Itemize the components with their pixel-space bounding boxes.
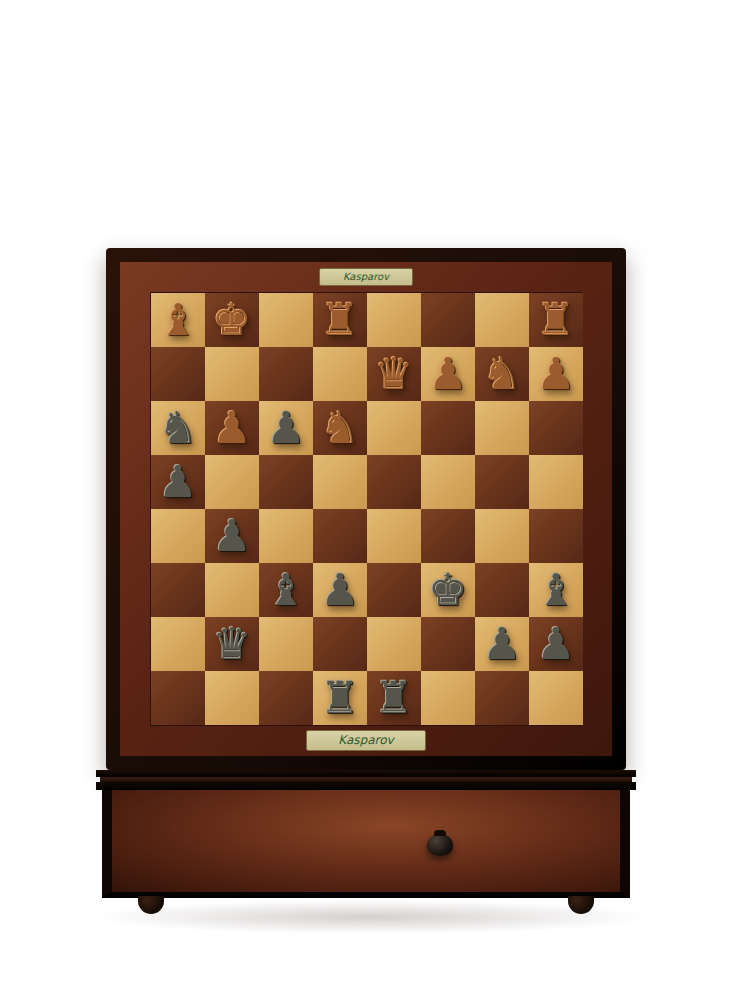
square-f4	[421, 509, 475, 563]
signature-plaque-near: Kasparov	[306, 730, 426, 751]
piece-wR: ♜	[536, 293, 575, 347]
piece-wK: ♚	[212, 293, 251, 347]
square-b5	[205, 455, 259, 509]
piece-bP: ♟	[320, 563, 359, 617]
square-f8	[421, 293, 475, 347]
square-h3: ♝	[529, 563, 583, 617]
square-h7: ♟	[529, 347, 583, 401]
piece-bP: ♟	[482, 617, 521, 671]
piece-bP: ♟	[158, 455, 197, 509]
piece-wN: ♞	[482, 347, 521, 401]
square-g5	[475, 455, 529, 509]
square-f1	[421, 671, 475, 725]
square-a8: ♝	[151, 293, 205, 347]
square-g4	[475, 509, 529, 563]
board-grid: ♝♚♜♜♛♟♞♟♞♟♟♞♟♟♝♟♚♝♛♟♟♜♜	[150, 292, 582, 726]
square-h1	[529, 671, 583, 725]
square-a1	[151, 671, 205, 725]
square-e1: ♜	[367, 671, 421, 725]
square-g6	[475, 401, 529, 455]
square-g3	[475, 563, 529, 617]
bun-foot-left	[138, 896, 164, 914]
square-e5	[367, 455, 421, 509]
piece-wR: ♜	[320, 293, 359, 347]
base-molding	[96, 770, 636, 790]
drawer-knob	[427, 834, 453, 856]
square-d7	[313, 347, 367, 401]
piece-bQ: ♛	[212, 617, 251, 671]
piece-wP: ♟	[536, 347, 575, 401]
storage-drawer	[102, 790, 630, 898]
piece-bP: ♟	[212, 509, 251, 563]
square-d6: ♞	[313, 401, 367, 455]
piece-bR: ♜	[320, 671, 359, 725]
square-g1	[475, 671, 529, 725]
square-c6: ♟	[259, 401, 313, 455]
square-a6: ♞	[151, 401, 205, 455]
square-f7: ♟	[421, 347, 475, 401]
square-c2	[259, 617, 313, 671]
square-h6	[529, 401, 583, 455]
square-c8	[259, 293, 313, 347]
square-a7	[151, 347, 205, 401]
square-e8	[367, 293, 421, 347]
square-a4	[151, 509, 205, 563]
square-a3	[151, 563, 205, 617]
square-d4	[313, 509, 367, 563]
piece-bP: ♟	[266, 401, 305, 455]
square-b3	[205, 563, 259, 617]
bun-foot-right	[568, 896, 594, 914]
square-c1	[259, 671, 313, 725]
square-f3: ♚	[421, 563, 475, 617]
square-c4	[259, 509, 313, 563]
square-h5	[529, 455, 583, 509]
square-d2	[313, 617, 367, 671]
square-b6: ♟	[205, 401, 259, 455]
square-g8	[475, 293, 529, 347]
square-c7	[259, 347, 313, 401]
square-d8: ♜	[313, 293, 367, 347]
piece-bP: ♟	[536, 617, 575, 671]
square-e3	[367, 563, 421, 617]
square-c5	[259, 455, 313, 509]
square-c3: ♝	[259, 563, 313, 617]
piece-bB: ♝	[536, 563, 575, 617]
piece-wN: ♞	[320, 401, 359, 455]
veneer-border: Kasparov ♝♚♜♜♛♟♞♟♞♟♟♞♟♟♝♟♚♝♛♟♟♜♜ Kasparo…	[120, 262, 612, 756]
square-a2	[151, 617, 205, 671]
square-e6	[367, 401, 421, 455]
square-d5	[313, 455, 367, 509]
piece-bK: ♚	[428, 563, 467, 617]
square-g2: ♟	[475, 617, 529, 671]
square-b4: ♟	[205, 509, 259, 563]
board-frame: Kasparov ♝♚♜♜♛♟♞♟♞♟♟♞♟♟♝♟♚♝♛♟♟♜♜ Kasparo…	[106, 248, 626, 770]
square-h8: ♜	[529, 293, 583, 347]
square-g7: ♞	[475, 347, 529, 401]
square-e4	[367, 509, 421, 563]
piece-wP: ♟	[428, 347, 467, 401]
feet-row	[112, 898, 620, 916]
square-f6	[421, 401, 475, 455]
square-b2: ♛	[205, 617, 259, 671]
square-b7	[205, 347, 259, 401]
square-h2: ♟	[529, 617, 583, 671]
piece-bR: ♜	[374, 671, 413, 725]
square-d1: ♜	[313, 671, 367, 725]
square-f2	[421, 617, 475, 671]
square-d3: ♟	[313, 563, 367, 617]
signature-plaque-far: Kasparov	[319, 268, 413, 286]
chess-set: Kasparov ♝♚♜♜♛♟♞♟♞♟♟♞♟♟♝♟♚♝♛♟♟♜♜ Kasparo…	[106, 248, 626, 916]
piece-bN: ♞	[158, 401, 197, 455]
square-e7: ♛	[367, 347, 421, 401]
square-b8: ♚	[205, 293, 259, 347]
piece-bB: ♝	[266, 563, 305, 617]
square-a5: ♟	[151, 455, 205, 509]
square-h4	[529, 509, 583, 563]
square-b1	[205, 671, 259, 725]
square-e2	[367, 617, 421, 671]
piece-wP: ♟	[212, 401, 251, 455]
square-f5	[421, 455, 475, 509]
piece-wQ: ♛	[374, 347, 413, 401]
piece-wB: ♝	[158, 293, 197, 347]
